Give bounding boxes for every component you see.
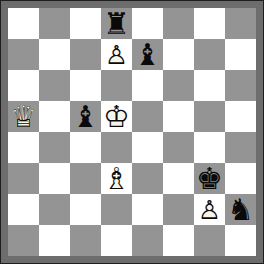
- square-a3[interactable]: [8, 163, 39, 194]
- square-e7[interactable]: ♝: [132, 39, 163, 70]
- square-h5[interactable]: [225, 101, 256, 132]
- square-b7[interactable]: [39, 39, 70, 70]
- square-e4[interactable]: [132, 132, 163, 163]
- square-a1[interactable]: [8, 225, 39, 256]
- square-b8[interactable]: [39, 8, 70, 39]
- piece-white-bishop: ♗: [101, 163, 132, 194]
- square-b4[interactable]: [39, 132, 70, 163]
- square-h1[interactable]: [225, 225, 256, 256]
- square-d1[interactable]: [101, 225, 132, 256]
- square-a2[interactable]: [8, 194, 39, 225]
- piece-black-knight: ♞: [225, 194, 256, 225]
- piece-black-bishop: ♝: [70, 101, 101, 132]
- chessboard: ♜♟♙♝♛♕♝♚♔♝♗♚♟♙♞: [8, 8, 256, 256]
- square-b1[interactable]: [39, 225, 70, 256]
- square-g3[interactable]: ♚: [194, 163, 225, 194]
- piece-white-king-fill: ♚: [101, 101, 132, 132]
- square-h8[interactable]: [225, 8, 256, 39]
- square-a8[interactable]: [8, 8, 39, 39]
- piece-white-bishop-fill: ♝: [101, 163, 132, 194]
- piece-white-pawn-fill: ♟: [101, 39, 132, 70]
- square-g7[interactable]: [194, 39, 225, 70]
- square-f4[interactable]: [163, 132, 194, 163]
- square-a7[interactable]: [8, 39, 39, 70]
- square-h2[interactable]: ♞: [225, 194, 256, 225]
- square-e3[interactable]: [132, 163, 163, 194]
- square-g5[interactable]: [194, 101, 225, 132]
- square-c4[interactable]: [70, 132, 101, 163]
- square-h3[interactable]: [225, 163, 256, 194]
- square-a6[interactable]: [8, 70, 39, 101]
- square-f7[interactable]: [163, 39, 194, 70]
- square-g6[interactable]: [194, 70, 225, 101]
- piece-white-queen-fill: ♛: [8, 101, 39, 132]
- square-f8[interactable]: [163, 8, 194, 39]
- square-c1[interactable]: [70, 225, 101, 256]
- square-b3[interactable]: [39, 163, 70, 194]
- square-c2[interactable]: [70, 194, 101, 225]
- piece-white-pawn: ♙: [194, 194, 225, 225]
- square-f5[interactable]: [163, 101, 194, 132]
- piece-black-bishop: ♝: [132, 39, 163, 70]
- square-g1[interactable]: [194, 225, 225, 256]
- square-e6[interactable]: [132, 70, 163, 101]
- square-f6[interactable]: [163, 70, 194, 101]
- chessboard-frame: ♜♟♙♝♛♕♝♚♔♝♗♚♟♙♞: [0, 0, 264, 264]
- square-b5[interactable]: [39, 101, 70, 132]
- square-c5[interactable]: ♝: [70, 101, 101, 132]
- piece-white-queen: ♕: [8, 101, 39, 132]
- square-g4[interactable]: [194, 132, 225, 163]
- square-d5[interactable]: ♚♔: [101, 101, 132, 132]
- square-c7[interactable]: [70, 39, 101, 70]
- square-d7[interactable]: ♟♙: [101, 39, 132, 70]
- square-d2[interactable]: [101, 194, 132, 225]
- square-e5[interactable]: [132, 101, 163, 132]
- square-c6[interactable]: [70, 70, 101, 101]
- square-f2[interactable]: [163, 194, 194, 225]
- square-a4[interactable]: [8, 132, 39, 163]
- square-f3[interactable]: [163, 163, 194, 194]
- square-e8[interactable]: [132, 8, 163, 39]
- square-h6[interactable]: [225, 70, 256, 101]
- square-b6[interactable]: [39, 70, 70, 101]
- square-d6[interactable]: [101, 70, 132, 101]
- square-a5[interactable]: ♛♕: [8, 101, 39, 132]
- square-g8[interactable]: [194, 8, 225, 39]
- square-d4[interactable]: [101, 132, 132, 163]
- piece-white-pawn: ♙: [101, 39, 132, 70]
- piece-white-king: ♔: [101, 101, 132, 132]
- square-c8[interactable]: [70, 8, 101, 39]
- square-h7[interactable]: [225, 39, 256, 70]
- piece-black-king: ♚: [194, 163, 225, 194]
- square-d3[interactable]: ♝♗: [101, 163, 132, 194]
- piece-black-rook: ♜: [101, 8, 132, 39]
- square-f1[interactable]: [163, 225, 194, 256]
- square-e2[interactable]: [132, 194, 163, 225]
- square-e1[interactable]: [132, 225, 163, 256]
- piece-white-pawn-fill: ♟: [194, 194, 225, 225]
- square-b2[interactable]: [39, 194, 70, 225]
- square-h4[interactable]: [225, 132, 256, 163]
- square-c3[interactable]: [70, 163, 101, 194]
- square-d8[interactable]: ♜: [101, 8, 132, 39]
- square-g2[interactable]: ♟♙: [194, 194, 225, 225]
